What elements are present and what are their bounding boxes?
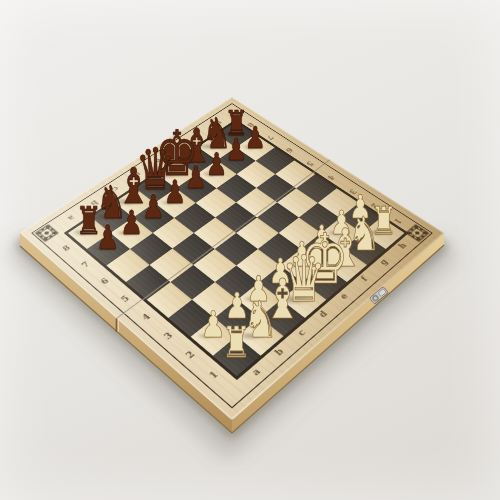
pieces-layer: ♜♞♝♛♚♝♞♜♟♟♟♟♟♟♟♟♟♟♟♟♟♟♟♟♜♞♝♛♚♝♞♜ <box>0 0 500 500</box>
piece-black-pawn-d7[interactable]: ♟ <box>162 176 187 208</box>
chess-set-photo: 8877665544332211aabbccddeeffgghh ♜♞♝♛♚♝♞… <box>0 0 500 500</box>
piece-white-rook-a1[interactable]: ♜ <box>220 321 253 364</box>
piece-black-pawn-a7[interactable]: ♟ <box>95 221 121 255</box>
piece-black-pawn-c7[interactable]: ♟ <box>141 191 166 223</box>
piece-black-pawn-b7[interactable]: ♟ <box>118 206 144 239</box>
